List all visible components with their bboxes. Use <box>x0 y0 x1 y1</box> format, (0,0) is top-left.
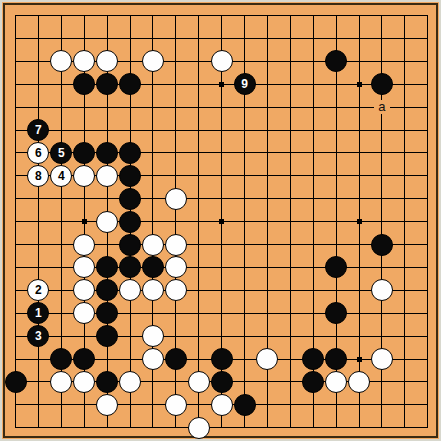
go-diagram: 976584213 a <box>0 0 441 441</box>
board-letter-a: a <box>374 100 390 114</box>
go-board: 976584213 a <box>0 0 441 441</box>
board-labels: a <box>2 2 439 439</box>
